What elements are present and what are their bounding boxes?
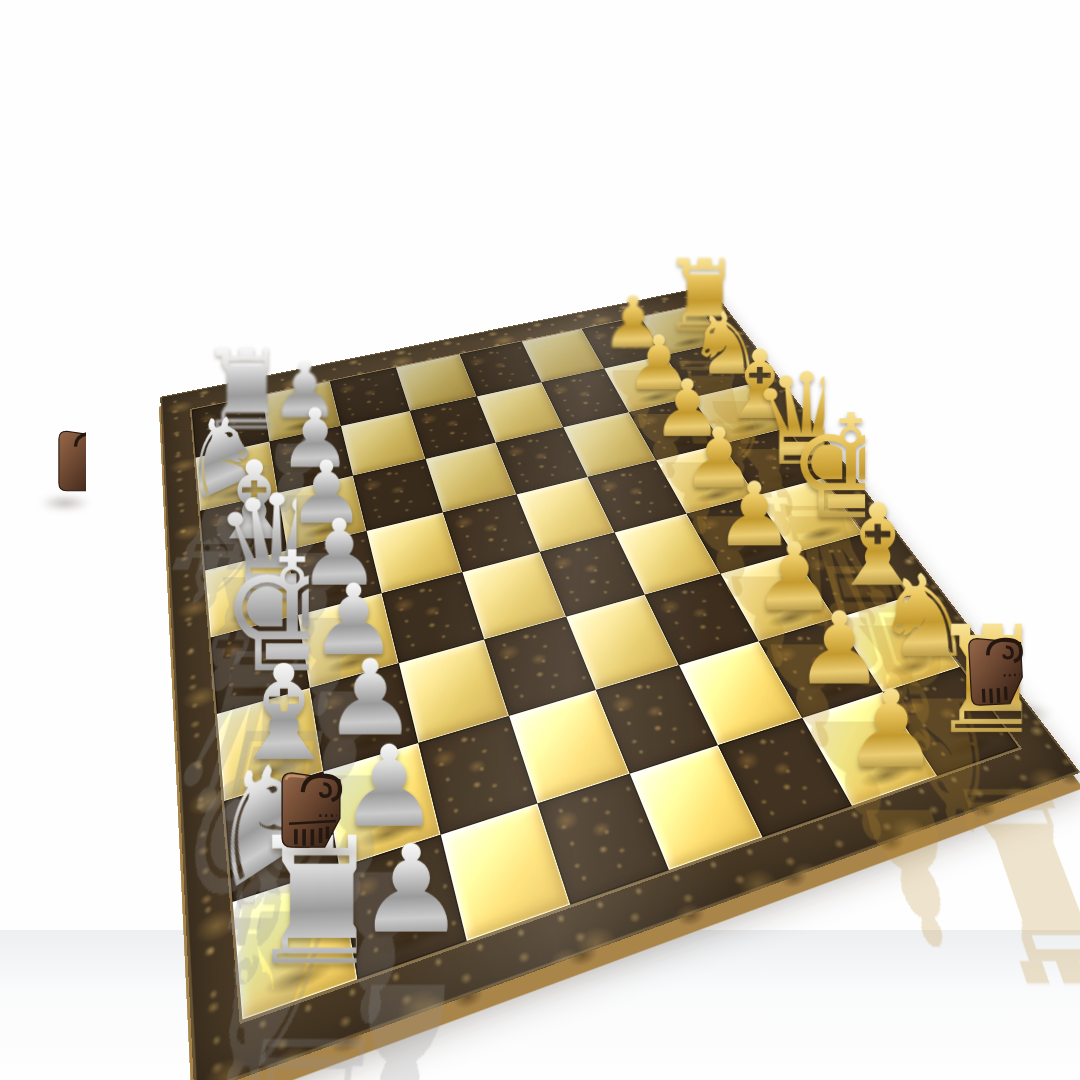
board-foot-right	[964, 632, 1028, 709]
piece-black-pawn: ♟	[842, 676, 940, 784]
board-grid: ♜♜♟♟♟♟♜♜♞♞♟♟♟♟♞♞♝♝♟♟♟♟♝♝♛♛♟♟♟♟♛♛♚♚♟♟♟♟♚♚…	[192, 305, 1019, 1020]
board-foot-front	[278, 768, 344, 852]
ionic-volute-icon	[964, 632, 1028, 709]
scene: ♜♜♟♟♟♟♜♜♞♞♟♟♟♟♞♞♝♝♟♟♟♟♝♝♛♛♟♟♟♟♛♛♚♚♟♟♟♟♚♚…	[0, 0, 1080, 1080]
product-photo-stage: ♜♜♟♟♟♟♜♜♞♞♟♟♟♟♞♞♝♝♟♟♟♟♝♝♛♛♟♟♟♟♛♛♚♚♟♟♟♟♚♚…	[0, 0, 1080, 1080]
ionic-volute-icon	[278, 768, 344, 852]
chess-board: ♜♜♟♟♟♟♜♜♞♞♟♟♟♟♞♞♝♝♟♟♟♟♝♝♛♛♟♟♟♟♛♛♚♚♟♟♟♟♚♚…	[160, 286, 1080, 1080]
board-frame: ♜♜♟♟♟♟♜♜♞♞♟♟♟♟♞♞♝♝♟♟♟♟♝♝♛♛♟♟♟♟♛♛♚♚♟♟♟♟♚♚…	[160, 286, 1080, 1080]
